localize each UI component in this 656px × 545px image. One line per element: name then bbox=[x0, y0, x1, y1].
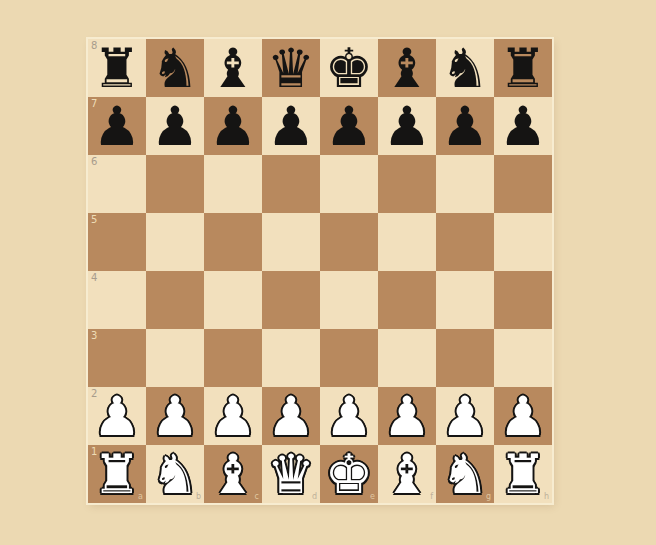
black-bishop-icon[interactable]: ♝ bbox=[209, 42, 257, 96]
white-pawn-icon[interactable]: ♟ bbox=[267, 390, 315, 444]
white-pawn-icon[interactable]: ♟ bbox=[325, 390, 373, 444]
square-a1[interactable]: 1a♜ bbox=[88, 445, 146, 503]
square-c5[interactable] bbox=[204, 213, 262, 271]
square-c2[interactable]: ♟ bbox=[204, 387, 262, 445]
black-pawn-icon[interactable]: ♟ bbox=[441, 100, 489, 154]
square-b5[interactable] bbox=[146, 213, 204, 271]
square-a7[interactable]: 7♟ bbox=[88, 97, 146, 155]
black-knight-icon[interactable]: ♞ bbox=[151, 42, 199, 96]
square-e3[interactable] bbox=[320, 329, 378, 387]
square-g3[interactable] bbox=[436, 329, 494, 387]
black-rook-icon[interactable]: ♜ bbox=[499, 42, 547, 96]
square-h2[interactable]: ♟ bbox=[494, 387, 552, 445]
square-e4[interactable] bbox=[320, 271, 378, 329]
square-e8[interactable]: ♚ bbox=[320, 39, 378, 97]
white-pawn-icon[interactable]: ♟ bbox=[209, 390, 257, 444]
square-e1[interactable]: e♚ bbox=[320, 445, 378, 503]
chess-board[interactable]: 8♜♞♝♛♚♝♞♜7♟♟♟♟♟♟♟♟65432♟♟♟♟♟♟♟♟1a♜b♞c♝d♛… bbox=[88, 39, 552, 503]
square-f8[interactable]: ♝ bbox=[378, 39, 436, 97]
square-c8[interactable]: ♝ bbox=[204, 39, 262, 97]
square-a3[interactable]: 3 bbox=[88, 329, 146, 387]
square-d1[interactable]: d♛ bbox=[262, 445, 320, 503]
square-e6[interactable] bbox=[320, 155, 378, 213]
square-c3[interactable] bbox=[204, 329, 262, 387]
square-d7[interactable]: ♟ bbox=[262, 97, 320, 155]
rank-label-3: 3 bbox=[91, 331, 97, 341]
square-b7[interactable]: ♟ bbox=[146, 97, 204, 155]
square-f2[interactable]: ♟ bbox=[378, 387, 436, 445]
square-b8[interactable]: ♞ bbox=[146, 39, 204, 97]
square-b6[interactable] bbox=[146, 155, 204, 213]
square-a8[interactable]: 8♜ bbox=[88, 39, 146, 97]
black-king-icon[interactable]: ♚ bbox=[325, 42, 373, 96]
white-king-icon[interactable]: ♚ bbox=[325, 448, 373, 502]
square-e7[interactable]: ♟ bbox=[320, 97, 378, 155]
rank-label-6: 6 bbox=[91, 157, 97, 167]
white-queen-icon[interactable]: ♛ bbox=[267, 448, 315, 502]
white-rook-icon[interactable]: ♜ bbox=[93, 448, 141, 502]
white-pawn-icon[interactable]: ♟ bbox=[499, 390, 547, 444]
white-pawn-icon[interactable]: ♟ bbox=[93, 390, 141, 444]
rank-label-4: 4 bbox=[91, 273, 97, 283]
white-knight-icon[interactable]: ♞ bbox=[151, 448, 199, 502]
square-b1[interactable]: b♞ bbox=[146, 445, 204, 503]
white-bishop-icon[interactable]: ♝ bbox=[383, 448, 431, 502]
black-pawn-icon[interactable]: ♟ bbox=[325, 100, 373, 154]
white-pawn-icon[interactable]: ♟ bbox=[441, 390, 489, 444]
square-h7[interactable]: ♟ bbox=[494, 97, 552, 155]
square-d6[interactable] bbox=[262, 155, 320, 213]
square-g7[interactable]: ♟ bbox=[436, 97, 494, 155]
square-e2[interactable]: ♟ bbox=[320, 387, 378, 445]
black-pawn-icon[interactable]: ♟ bbox=[151, 100, 199, 154]
square-d2[interactable]: ♟ bbox=[262, 387, 320, 445]
white-bishop-icon[interactable]: ♝ bbox=[209, 448, 257, 502]
square-d3[interactable] bbox=[262, 329, 320, 387]
square-g2[interactable]: ♟ bbox=[436, 387, 494, 445]
black-rook-icon[interactable]: ♜ bbox=[93, 42, 141, 96]
square-f3[interactable] bbox=[378, 329, 436, 387]
square-a2[interactable]: 2♟ bbox=[88, 387, 146, 445]
black-pawn-icon[interactable]: ♟ bbox=[383, 100, 431, 154]
white-rook-icon[interactable]: ♜ bbox=[499, 448, 547, 502]
square-b3[interactable] bbox=[146, 329, 204, 387]
square-c7[interactable]: ♟ bbox=[204, 97, 262, 155]
square-f5[interactable] bbox=[378, 213, 436, 271]
square-a5[interactable]: 5 bbox=[88, 213, 146, 271]
square-h1[interactable]: h♜ bbox=[494, 445, 552, 503]
square-g1[interactable]: g♞ bbox=[436, 445, 494, 503]
black-queen-icon[interactable]: ♛ bbox=[267, 42, 315, 96]
square-f7[interactable]: ♟ bbox=[378, 97, 436, 155]
square-h4[interactable] bbox=[494, 271, 552, 329]
white-pawn-icon[interactable]: ♟ bbox=[383, 390, 431, 444]
square-a4[interactable]: 4 bbox=[88, 271, 146, 329]
square-e5[interactable] bbox=[320, 213, 378, 271]
square-f6[interactable] bbox=[378, 155, 436, 213]
square-c6[interactable] bbox=[204, 155, 262, 213]
square-h3[interactable] bbox=[494, 329, 552, 387]
square-f1[interactable]: f♝ bbox=[378, 445, 436, 503]
square-g4[interactable] bbox=[436, 271, 494, 329]
black-bishop-icon[interactable]: ♝ bbox=[383, 42, 431, 96]
square-c4[interactable] bbox=[204, 271, 262, 329]
square-d4[interactable] bbox=[262, 271, 320, 329]
square-h8[interactable]: ♜ bbox=[494, 39, 552, 97]
square-g8[interactable]: ♞ bbox=[436, 39, 494, 97]
white-pawn-icon[interactable]: ♟ bbox=[151, 390, 199, 444]
black-pawn-icon[interactable]: ♟ bbox=[209, 100, 257, 154]
square-g5[interactable] bbox=[436, 213, 494, 271]
square-h6[interactable] bbox=[494, 155, 552, 213]
square-b2[interactable]: ♟ bbox=[146, 387, 204, 445]
square-c1[interactable]: c♝ bbox=[204, 445, 262, 503]
square-f4[interactable] bbox=[378, 271, 436, 329]
white-knight-icon[interactable]: ♞ bbox=[441, 448, 489, 502]
black-pawn-icon[interactable]: ♟ bbox=[267, 100, 315, 154]
square-b4[interactable] bbox=[146, 271, 204, 329]
square-a6[interactable]: 6 bbox=[88, 155, 146, 213]
rank-label-5: 5 bbox=[91, 215, 97, 225]
square-g6[interactable] bbox=[436, 155, 494, 213]
black-knight-icon[interactable]: ♞ bbox=[441, 42, 489, 96]
square-d5[interactable] bbox=[262, 213, 320, 271]
square-h5[interactable] bbox=[494, 213, 552, 271]
square-d8[interactable]: ♛ bbox=[262, 39, 320, 97]
black-pawn-icon[interactable]: ♟ bbox=[93, 100, 141, 154]
black-pawn-icon[interactable]: ♟ bbox=[499, 100, 547, 154]
